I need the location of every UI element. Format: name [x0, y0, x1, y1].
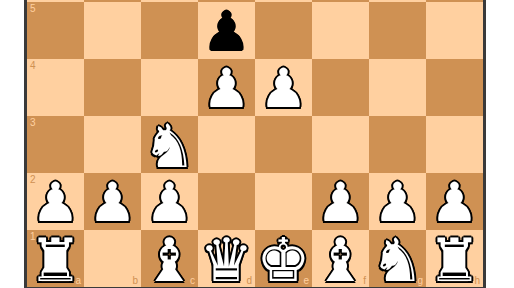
- square-g5[interactable]: [369, 2, 426, 59]
- white-pawn-icon[interactable]: ♟: [259, 62, 307, 116]
- square-d5[interactable]: ♟: [198, 2, 255, 59]
- square-b3[interactable]: [84, 116, 141, 173]
- white-bishop-icon[interactable]: ♝: [314, 230, 368, 288]
- white-queen-icon[interactable]: ♛: [200, 230, 254, 288]
- square-h5[interactable]: [426, 2, 483, 59]
- chess-board: 8765♟4♟♟3♞2♟♟♟♟♟♟1a♜bc♝d♛e♚f♝g♞h♜: [24, 0, 486, 288]
- white-rook-icon[interactable]: ♜: [428, 230, 482, 288]
- square-g4[interactable]: [369, 59, 426, 116]
- square-a2[interactable]: 2♟: [27, 173, 84, 230]
- square-d4[interactable]: ♟: [198, 59, 255, 116]
- white-pawn-icon[interactable]: ♟: [202, 62, 250, 116]
- square-a4[interactable]: 4: [27, 59, 84, 116]
- square-d1[interactable]: d♛: [198, 230, 255, 287]
- page-background: 8765♟4♟♟3♞2♟♟♟♟♟♟1a♜bc♝d♛e♚f♝g♞h♜: [0, 0, 514, 288]
- square-c4[interactable]: [141, 59, 198, 116]
- white-pawn-icon[interactable]: ♟: [316, 176, 364, 230]
- square-g2[interactable]: ♟: [369, 173, 426, 230]
- square-d3[interactable]: [198, 116, 255, 173]
- square-c5[interactable]: [141, 2, 198, 59]
- white-pawn-icon[interactable]: ♟: [373, 176, 421, 230]
- rank-label-5: 5: [30, 4, 36, 14]
- black-pawn-icon[interactable]: ♟: [202, 5, 250, 59]
- square-b5[interactable]: [84, 2, 141, 59]
- white-bishop-icon[interactable]: ♝: [143, 230, 197, 288]
- white-pawn-icon[interactable]: ♟: [430, 176, 478, 230]
- square-f4[interactable]: [312, 59, 369, 116]
- white-knight-icon[interactable]: ♞: [371, 230, 425, 288]
- square-f5[interactable]: [312, 2, 369, 59]
- square-d2[interactable]: [198, 173, 255, 230]
- rank-label-3: 3: [30, 118, 36, 128]
- square-e2[interactable]: [255, 173, 312, 230]
- white-pawn-icon[interactable]: ♟: [88, 176, 136, 230]
- white-knight-icon[interactable]: ♞: [143, 116, 197, 176]
- square-b2[interactable]: ♟: [84, 173, 141, 230]
- square-f1[interactable]: f♝: [312, 230, 369, 287]
- square-h2[interactable]: ♟: [426, 173, 483, 230]
- square-c1[interactable]: c♝: [141, 230, 198, 287]
- square-f2[interactable]: ♟: [312, 173, 369, 230]
- rank-label-4: 4: [30, 61, 36, 71]
- square-f3[interactable]: [312, 116, 369, 173]
- square-h3[interactable]: [426, 116, 483, 173]
- square-c2[interactable]: ♟: [141, 173, 198, 230]
- square-g1[interactable]: g♞: [369, 230, 426, 287]
- square-h4[interactable]: [426, 59, 483, 116]
- square-b1[interactable]: b: [84, 230, 141, 287]
- white-pawn-icon[interactable]: ♟: [31, 176, 79, 230]
- square-a5[interactable]: 5: [27, 2, 84, 59]
- square-e3[interactable]: [255, 116, 312, 173]
- square-a3[interactable]: 3: [27, 116, 84, 173]
- square-b4[interactable]: [84, 59, 141, 116]
- square-e1[interactable]: e♚: [255, 230, 312, 287]
- file-label-b: b: [132, 276, 138, 286]
- square-g3[interactable]: [369, 116, 426, 173]
- square-h1[interactable]: h♜: [426, 230, 483, 287]
- square-e5[interactable]: [255, 2, 312, 59]
- white-rook-icon[interactable]: ♜: [29, 230, 83, 288]
- white-king-icon[interactable]: ♚: [257, 230, 311, 288]
- square-c3[interactable]: ♞: [141, 116, 198, 173]
- white-pawn-icon[interactable]: ♟: [145, 176, 193, 230]
- square-e4[interactable]: ♟: [255, 59, 312, 116]
- square-a1[interactable]: 1a♜: [27, 230, 84, 287]
